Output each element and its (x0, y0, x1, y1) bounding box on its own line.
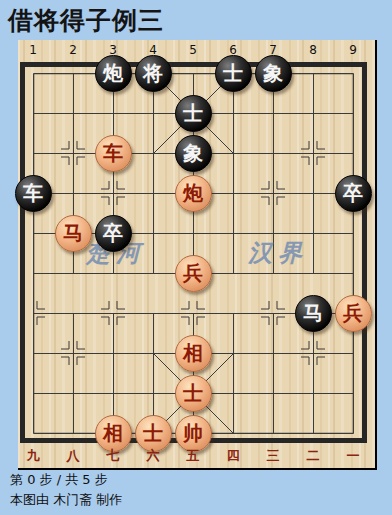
xiangqi-board[interactable]: 123456789 楚河 汉界 炮将士象士象车车炮卒马卒兵马兵相士相士帅 九八七… (18, 40, 377, 470)
piece-black-elephant[interactable]: 象 (175, 135, 212, 172)
file-label: 二 (293, 447, 333, 465)
piece-black-advisor[interactable]: 士 (175, 95, 212, 132)
piece-red-advisor[interactable]: 士 (175, 375, 212, 412)
file-label: 三 (253, 447, 293, 465)
piece-red-soldier[interactable]: 兵 (335, 295, 372, 332)
file-label: 九 (13, 447, 53, 465)
file-label: 五 (173, 447, 213, 465)
file-label: 八 (53, 447, 93, 465)
piece-red-horse[interactable]: 马 (55, 215, 92, 252)
bottom-file-labels: 九八七六五四三二一 (13, 447, 373, 465)
piece-red-elephant[interactable]: 相 (175, 335, 212, 372)
pieces-layer: 炮将士象士象车车炮卒马卒兵马兵相士相士帅 (13, 53, 373, 453)
piece-red-elephant[interactable]: 相 (95, 415, 132, 452)
piece-black-chariot[interactable]: 车 (15, 175, 52, 212)
piece-black-soldier[interactable]: 卒 (95, 215, 132, 252)
piece-black-advisor[interactable]: 士 (215, 55, 252, 92)
piece-red-general[interactable]: 帅 (175, 415, 212, 452)
piece-red-cannon[interactable]: 炮 (175, 175, 212, 212)
piece-black-general[interactable]: 将 (135, 55, 172, 92)
piece-black-soldier[interactable]: 卒 (335, 175, 372, 212)
piece-black-cannon[interactable]: 炮 (95, 55, 132, 92)
file-label: 七 (93, 447, 133, 465)
move-counter: 第 0 步 / 共 5 步 (10, 471, 108, 489)
piece-red-chariot[interactable]: 车 (95, 135, 132, 172)
page-title: 借将得子例三 (8, 4, 164, 37)
piece-red-advisor[interactable]: 士 (135, 415, 172, 452)
piece-black-horse[interactable]: 马 (295, 295, 332, 332)
app-window: 借将得子例三 123456789 楚河 汉界 炮将士象士象车车炮卒马卒兵马兵相士… (0, 0, 392, 515)
piece-red-soldier[interactable]: 兵 (175, 255, 212, 292)
file-label: 四 (213, 447, 253, 465)
piece-black-elephant[interactable]: 象 (255, 55, 292, 92)
credit-line: 本图由 木门斋 制作 (10, 491, 122, 509)
file-label: 一 (333, 447, 373, 465)
file-label: 六 (133, 447, 173, 465)
